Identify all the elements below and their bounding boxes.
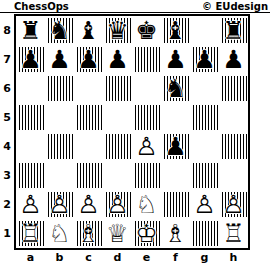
board: ♜♞♝♛♚♝♜♟♟♟♟♟♟♟♞♟♙♟♟♙♟♙♟♙♟♙♞♘♟♙♟♙♜♖♞♘♝♗♛♕…: [14, 14, 250, 250]
square-f4[interactable]: ♟: [161, 132, 190, 161]
white-knight-piece: ♞♘: [45, 219, 74, 248]
black-king-piece: ♚: [132, 16, 161, 45]
square-a4[interactable]: [16, 132, 45, 161]
app-title: ChessOps: [14, 1, 69, 12]
square-f1[interactable]: ♝♗: [161, 219, 190, 248]
black-pawn-piece: ♟: [74, 45, 103, 74]
square-d6[interactable]: [103, 74, 132, 103]
white-king-piece: ♚♔: [132, 219, 161, 248]
rank-label-8: 8: [0, 16, 14, 45]
file-label-h: h: [219, 250, 248, 266]
white-rook-piece: ♜♖: [16, 219, 45, 248]
square-d8[interactable]: ♛: [103, 16, 132, 45]
square-e6[interactable]: [132, 74, 161, 103]
square-b6[interactable]: [45, 74, 74, 103]
square-a3[interactable]: [16, 161, 45, 190]
square-g8[interactable]: [190, 16, 219, 45]
black-pawn-piece: ♟: [103, 45, 132, 74]
square-d4[interactable]: [103, 132, 132, 161]
square-e8[interactable]: ♚: [132, 16, 161, 45]
square-c5[interactable]: [74, 103, 103, 132]
square-g1[interactable]: [190, 219, 219, 248]
square-a2[interactable]: ♟♙: [16, 190, 45, 219]
square-c6[interactable]: [74, 74, 103, 103]
rank-label-1: 1: [0, 219, 14, 248]
white-pawn-piece: ♟♙: [45, 190, 74, 219]
white-pawn-piece: ♟♙: [190, 190, 219, 219]
square-b5[interactable]: [45, 103, 74, 132]
file-label-b: b: [45, 250, 74, 266]
square-h6[interactable]: [219, 74, 248, 103]
square-f6[interactable]: ♞: [161, 74, 190, 103]
file-label-d: d: [103, 250, 132, 266]
white-pawn-piece: ♟♙: [219, 190, 248, 219]
square-h5[interactable]: [219, 103, 248, 132]
chessops-window: ChessOps © EUdesign 87654321 ♜♞♝♛♚♝♜♟♟♟♟…: [0, 0, 270, 270]
square-d1[interactable]: ♛♕: [103, 219, 132, 248]
square-e3[interactable]: [132, 161, 161, 190]
black-pawn-piece: ♟: [16, 45, 45, 74]
square-c1[interactable]: ♝♗: [74, 219, 103, 248]
square-e2[interactable]: ♞♘: [132, 190, 161, 219]
black-bishop-piece: ♝: [74, 16, 103, 45]
square-h2[interactable]: ♟♙: [219, 190, 248, 219]
file-labels: abcdefgh: [14, 250, 252, 266]
square-g5[interactable]: [190, 103, 219, 132]
file-label-g: g: [190, 250, 219, 266]
white-pawn-piece: ♟♙: [74, 190, 103, 219]
white-rook-piece: ♜♖: [219, 219, 248, 248]
file-label-e: e: [132, 250, 161, 266]
file-label-a: a: [16, 250, 45, 266]
black-pawn-piece: ♟: [219, 45, 248, 74]
rank-label-3: 3: [0, 161, 14, 190]
file-label-c: c: [74, 250, 103, 266]
square-e5[interactable]: [132, 103, 161, 132]
white-bishop-piece: ♝♗: [161, 219, 190, 248]
rank-label-7: 7: [0, 45, 14, 74]
square-b7[interactable]: ♟: [45, 45, 74, 74]
square-a5[interactable]: [16, 103, 45, 132]
white-pawn-piece: ♟♙: [103, 190, 132, 219]
file-label-f: f: [161, 250, 190, 266]
black-knight-piece: ♞: [161, 74, 190, 103]
square-g2[interactable]: ♟♙: [190, 190, 219, 219]
black-rook-piece: ♜: [219, 16, 248, 45]
square-e1[interactable]: ♚♔: [132, 219, 161, 248]
square-d3[interactable]: [103, 161, 132, 190]
square-g3[interactable]: [190, 161, 219, 190]
white-bishop-piece: ♝♗: [74, 219, 103, 248]
square-d7[interactable]: ♟: [103, 45, 132, 74]
square-d5[interactable]: [103, 103, 132, 132]
square-f2[interactable]: [161, 190, 190, 219]
square-f7[interactable]: ♟: [161, 45, 190, 74]
square-b1[interactable]: ♞♘: [45, 219, 74, 248]
rank-label-5: 5: [0, 103, 14, 132]
square-a7[interactable]: ♟: [16, 45, 45, 74]
black-queen-piece: ♛: [103, 16, 132, 45]
square-b2[interactable]: ♟♙: [45, 190, 74, 219]
square-d2[interactable]: ♟♙: [103, 190, 132, 219]
black-bishop-piece: ♝: [161, 16, 190, 45]
black-knight-piece: ♞: [45, 16, 74, 45]
square-h7[interactable]: ♟: [219, 45, 248, 74]
rank-label-2: 2: [0, 190, 14, 219]
black-pawn-piece: ♟: [161, 132, 190, 161]
square-b3[interactable]: [45, 161, 74, 190]
white-pawn-piece: ♟♙: [16, 190, 45, 219]
square-c8[interactable]: ♝: [74, 16, 103, 45]
square-g4[interactable]: [190, 132, 219, 161]
square-h3[interactable]: [219, 161, 248, 190]
square-h4[interactable]: [219, 132, 248, 161]
rank-label-6: 6: [0, 74, 14, 103]
square-e7[interactable]: [132, 45, 161, 74]
square-f5[interactable]: [161, 103, 190, 132]
square-c7[interactable]: ♟: [74, 45, 103, 74]
square-h8[interactable]: ♜: [219, 16, 248, 45]
black-pawn-piece: ♟: [161, 45, 190, 74]
square-g7[interactable]: ♟: [190, 45, 219, 74]
square-a8[interactable]: ♜: [16, 16, 45, 45]
black-pawn-piece: ♟: [190, 45, 219, 74]
square-b4[interactable]: [45, 132, 74, 161]
white-knight-piece: ♞♘: [132, 190, 161, 219]
header-bar: ChessOps © EUdesign: [0, 0, 270, 13]
square-c2[interactable]: ♟♙: [74, 190, 103, 219]
rank-label-4: 4: [0, 132, 14, 161]
square-e4[interactable]: ♟♙: [132, 132, 161, 161]
square-c3[interactable]: [74, 161, 103, 190]
square-h1[interactable]: ♜♖: [219, 219, 248, 248]
rank-labels: 87654321: [0, 14, 14, 250]
square-a1[interactable]: ♜♖: [16, 219, 45, 248]
square-b8[interactable]: ♞: [45, 16, 74, 45]
black-rook-piece: ♜: [16, 16, 45, 45]
square-f8[interactable]: ♝: [161, 16, 190, 45]
white-pawn-piece: ♟♙: [132, 132, 161, 161]
square-a6[interactable]: [16, 74, 45, 103]
square-f3[interactable]: [161, 161, 190, 190]
square-c4[interactable]: [74, 132, 103, 161]
black-pawn-piece: ♟: [45, 45, 74, 74]
white-queen-piece: ♛♕: [103, 219, 132, 248]
copyright-text: © EUdesign: [202, 1, 268, 12]
square-g6[interactable]: [190, 74, 219, 103]
